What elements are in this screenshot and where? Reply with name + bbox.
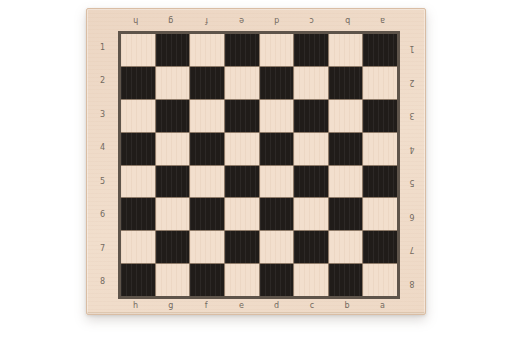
- rank-label-8: 8: [87, 266, 118, 300]
- rank-label-3: 3: [87, 98, 118, 132]
- square-g7[interactable]: [156, 231, 190, 263]
- square-d1[interactable]: [260, 34, 294, 66]
- square-d4[interactable]: [260, 133, 294, 165]
- rank-label-1: 1: [399, 31, 425, 65]
- file-label-c: c: [294, 9, 329, 31]
- square-e2[interactable]: [225, 67, 259, 99]
- file-label-e: e: [224, 9, 259, 31]
- square-a3[interactable]: [363, 100, 397, 132]
- square-f8[interactable]: [190, 264, 224, 296]
- rank-labels-right: 12345678: [399, 31, 425, 299]
- square-e3[interactable]: [225, 100, 259, 132]
- square-a4[interactable]: [363, 133, 397, 165]
- rank-label-2: 2: [399, 65, 425, 99]
- file-label-c: c: [294, 297, 329, 314]
- file-label-e: e: [224, 297, 259, 314]
- chess-board: hgfedcba 12345678 12345678 hgfedcba: [86, 8, 426, 315]
- square-d8[interactable]: [260, 264, 294, 296]
- square-h7[interactable]: [121, 231, 155, 263]
- square-b2[interactable]: [329, 67, 363, 99]
- square-g1[interactable]: [156, 34, 190, 66]
- file-label-a: a: [365, 9, 400, 31]
- file-label-f: f: [189, 9, 224, 31]
- square-c4[interactable]: [294, 133, 328, 165]
- square-b6[interactable]: [329, 198, 363, 230]
- square-g3[interactable]: [156, 100, 190, 132]
- square-d2[interactable]: [260, 67, 294, 99]
- square-c3[interactable]: [294, 100, 328, 132]
- square-a6[interactable]: [363, 198, 397, 230]
- rank-label-6: 6: [87, 199, 118, 233]
- square-e4[interactable]: [225, 133, 259, 165]
- square-d5[interactable]: [260, 166, 294, 198]
- file-label-d: d: [259, 9, 294, 31]
- square-f7[interactable]: [190, 231, 224, 263]
- square-d6[interactable]: [260, 198, 294, 230]
- square-h3[interactable]: [121, 100, 155, 132]
- square-e5[interactable]: [225, 166, 259, 198]
- file-label-b: b: [330, 297, 365, 314]
- square-e8[interactable]: [225, 264, 259, 296]
- square-g4[interactable]: [156, 133, 190, 165]
- square-c8[interactable]: [294, 264, 328, 296]
- file-label-g: g: [153, 9, 188, 31]
- rank-label-8: 8: [399, 266, 425, 300]
- square-b3[interactable]: [329, 100, 363, 132]
- square-f4[interactable]: [190, 133, 224, 165]
- file-label-d: d: [259, 297, 294, 314]
- file-label-b: b: [330, 9, 365, 31]
- rank-label-4: 4: [87, 132, 118, 166]
- rank-labels-left: 12345678: [87, 31, 118, 299]
- file-label-h: h: [118, 297, 153, 314]
- square-g5[interactable]: [156, 166, 190, 198]
- square-g2[interactable]: [156, 67, 190, 99]
- rank-label-7: 7: [399, 232, 425, 266]
- file-label-f: f: [189, 297, 224, 314]
- square-h8[interactable]: [121, 264, 155, 296]
- square-c5[interactable]: [294, 166, 328, 198]
- square-e6[interactable]: [225, 198, 259, 230]
- square-h4[interactable]: [121, 133, 155, 165]
- square-e7[interactable]: [225, 231, 259, 263]
- square-a1[interactable]: [363, 34, 397, 66]
- rank-label-4: 4: [399, 132, 425, 166]
- square-d3[interactable]: [260, 100, 294, 132]
- square-c1[interactable]: [294, 34, 328, 66]
- square-c6[interactable]: [294, 198, 328, 230]
- square-g6[interactable]: [156, 198, 190, 230]
- rank-label-6: 6: [399, 199, 425, 233]
- file-label-h: h: [118, 9, 153, 31]
- file-labels-bottom: hgfedcba: [118, 297, 400, 314]
- square-f1[interactable]: [190, 34, 224, 66]
- rank-label-5: 5: [399, 165, 425, 199]
- rank-label-1: 1: [87, 31, 118, 65]
- playing-area: [118, 31, 400, 299]
- square-c7[interactable]: [294, 231, 328, 263]
- file-labels-top: hgfedcba: [118, 9, 400, 31]
- square-f3[interactable]: [190, 100, 224, 132]
- square-a2[interactable]: [363, 67, 397, 99]
- square-f5[interactable]: [190, 166, 224, 198]
- square-g8[interactable]: [156, 264, 190, 296]
- square-a7[interactable]: [363, 231, 397, 263]
- square-c2[interactable]: [294, 67, 328, 99]
- square-h1[interactable]: [121, 34, 155, 66]
- square-f6[interactable]: [190, 198, 224, 230]
- square-e1[interactable]: [225, 34, 259, 66]
- square-b8[interactable]: [329, 264, 363, 296]
- file-label-a: a: [365, 297, 400, 314]
- square-b5[interactable]: [329, 166, 363, 198]
- square-b1[interactable]: [329, 34, 363, 66]
- rank-label-2: 2: [87, 65, 118, 99]
- rank-label-7: 7: [87, 232, 118, 266]
- square-b7[interactable]: [329, 231, 363, 263]
- square-h6[interactable]: [121, 198, 155, 230]
- file-label-g: g: [153, 297, 188, 314]
- square-b4[interactable]: [329, 133, 363, 165]
- square-h5[interactable]: [121, 166, 155, 198]
- square-a8[interactable]: [363, 264, 397, 296]
- square-a5[interactable]: [363, 166, 397, 198]
- square-d7[interactable]: [260, 231, 294, 263]
- rank-label-5: 5: [87, 165, 118, 199]
- rank-label-3: 3: [399, 98, 425, 132]
- square-f2[interactable]: [190, 67, 224, 99]
- square-h2[interactable]: [121, 67, 155, 99]
- page-background: hgfedcba 12345678 12345678 hgfedcba: [0, 0, 510, 340]
